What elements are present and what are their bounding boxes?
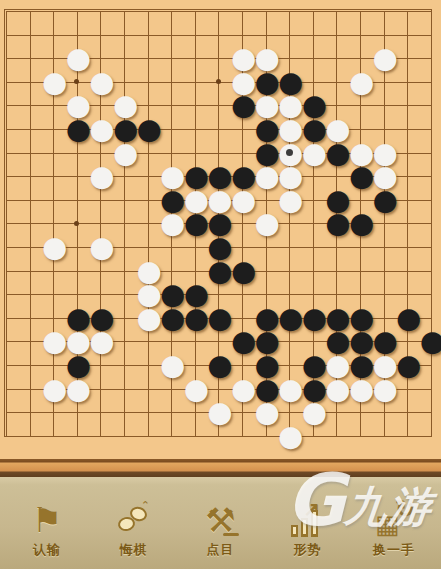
grid-line [6, 318, 431, 319]
hoshi-point [74, 79, 79, 84]
grid-line [6, 294, 431, 295]
resign-label: 认输 [33, 541, 61, 559]
grid-line [6, 389, 431, 390]
situation-button[interactable]: ↗ 形势 [274, 477, 340, 565]
hoshi-point [74, 362, 79, 367]
count-points-button[interactable]: ⚒ 点目 [188, 477, 254, 565]
grid-line [6, 247, 431, 248]
chart-icon: ↗ [289, 497, 325, 539]
flag-icon: ⚑ [32, 497, 62, 539]
grid-line [6, 412, 431, 413]
gavel-icon: ⚒ [201, 499, 241, 539]
go-board[interactable]: ●●●●●●●●●●●●●●●●●●●●●●●●●●●●●●●●●●●●●●●●… [0, 0, 441, 459]
grid-line [407, 11, 408, 436]
grid-line [6, 341, 431, 342]
hoshi-point [357, 362, 362, 367]
undo-label: 悔棋 [120, 541, 148, 559]
grid-line [289, 11, 290, 436]
board-bottom-edge [0, 459, 441, 477]
swap-move-label: 换一手 [373, 541, 415, 559]
hoshi-point [357, 79, 362, 84]
grid-line [266, 11, 267, 436]
hoshi-point [216, 221, 221, 226]
grid-line [431, 11, 432, 436]
board-swap-icon: ▦ ↻ [375, 497, 413, 539]
hoshi-point [357, 221, 362, 226]
hoshi-point [74, 221, 79, 226]
grid-line [6, 271, 431, 272]
stones-icon: ⌃ [117, 497, 151, 539]
toolbar: ⚑ 认输 ⌃ 悔棋 ⚒ 点目 ↗ [0, 477, 441, 569]
go-app-screen: ●●●●●●●●●●●●●●●●●●●●●●●●●●●●●●●●●●●●●●●●… [0, 0, 441, 569]
hoshi-point [216, 79, 221, 84]
grid-line [384, 11, 385, 436]
swap-move-button[interactable]: ▦ ↻ 换一手 [361, 477, 427, 565]
grid-line [313, 11, 314, 436]
undo-button[interactable]: ⌃ 悔棋 [101, 477, 167, 565]
grid-line [242, 11, 243, 436]
grid-line [336, 11, 337, 436]
hoshi-point [216, 362, 221, 367]
count-points-label: 点目 [207, 541, 235, 559]
board-area: ●●●●●●●●●●●●●●●●●●●●●●●●●●●●●●●●●●●●●●●●… [0, 0, 441, 459]
grid-line [6, 436, 431, 437]
resign-button[interactable]: ⚑ 认输 [14, 477, 80, 565]
situation-label: 形势 [293, 541, 321, 559]
